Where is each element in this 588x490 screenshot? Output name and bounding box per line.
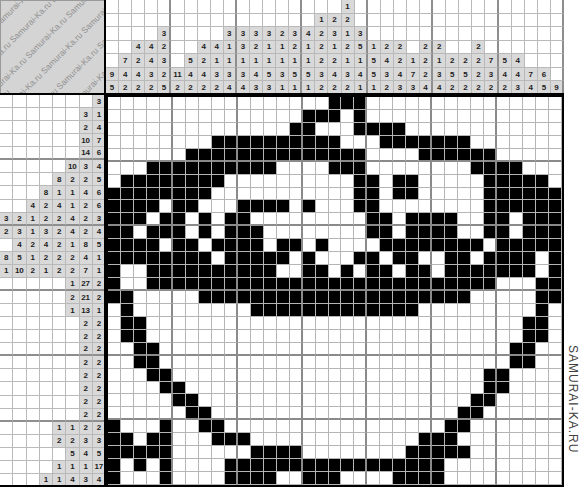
board-cell[interactable]	[160, 407, 173, 420]
board-cell[interactable]	[277, 433, 290, 446]
board-cell[interactable]	[471, 265, 484, 278]
board-cell[interactable]	[329, 200, 342, 213]
board-cell[interactable]	[134, 369, 147, 382]
board-cell[interactable]	[121, 136, 134, 149]
board-cell[interactable]	[147, 97, 160, 110]
board-cell[interactable]	[523, 407, 536, 420]
board-cell[interactable]	[303, 472, 316, 485]
board-cell[interactable]	[303, 162, 316, 175]
board-cell[interactable]	[160, 382, 173, 395]
board-cell[interactable]	[419, 369, 432, 382]
board-cell[interactable]	[264, 472, 277, 485]
board-cell[interactable]	[536, 213, 549, 226]
board-cell[interactable]	[458, 136, 471, 149]
board-cell[interactable]	[199, 239, 212, 252]
board-cell[interactable]	[225, 188, 238, 201]
board-cell[interactable]	[134, 226, 147, 239]
board-cell[interactable]	[367, 459, 380, 472]
board-cell[interactable]	[432, 472, 445, 485]
board-cell[interactable]	[484, 123, 497, 136]
board-cell[interactable]	[147, 136, 160, 149]
board-cell[interactable]	[458, 239, 471, 252]
board-cell[interactable]	[471, 407, 484, 420]
board-cell[interactable]	[341, 343, 354, 356]
board-cell[interactable]	[419, 407, 432, 420]
board-cell[interactable]	[354, 136, 367, 149]
board-cell[interactable]	[471, 97, 484, 110]
board-cell[interactable]	[147, 278, 160, 291]
board-cell[interactable]	[419, 239, 432, 252]
board-cell[interactable]	[199, 459, 212, 472]
board-cell[interactable]	[316, 149, 329, 162]
board-cell[interactable]	[329, 343, 342, 356]
board-cell[interactable]	[264, 252, 277, 265]
board-cell[interactable]	[277, 200, 290, 213]
board-cell[interactable]	[290, 407, 303, 420]
board-cell[interactable]	[303, 110, 316, 123]
board-cell[interactable]	[471, 343, 484, 356]
board-cell[interactable]	[147, 200, 160, 213]
board-cell[interactable]	[173, 226, 186, 239]
board-cell[interactable]	[367, 343, 380, 356]
board-cell[interactable]	[445, 136, 458, 149]
board-cell[interactable]	[341, 291, 354, 304]
board-cell[interactable]	[251, 200, 264, 213]
board-cell[interactable]	[484, 472, 497, 485]
board-cell[interactable]	[303, 97, 316, 110]
board-cell[interactable]	[186, 200, 199, 213]
board-cell[interactable]	[380, 239, 393, 252]
board-cell[interactable]	[406, 278, 419, 291]
board-cell[interactable]	[341, 252, 354, 265]
board-cell[interactable]	[419, 136, 432, 149]
board-cell[interactable]	[497, 472, 510, 485]
board-cell[interactable]	[510, 149, 523, 162]
board-cell[interactable]	[212, 382, 225, 395]
board-cell[interactable]	[510, 317, 523, 330]
board-cell[interactable]	[367, 369, 380, 382]
board-cell[interactable]	[251, 356, 264, 369]
board-cell[interactable]	[471, 239, 484, 252]
board-cell[interactable]	[134, 459, 147, 472]
board-cell[interactable]	[367, 304, 380, 317]
board-cell[interactable]	[484, 149, 497, 162]
board-cell[interactable]	[393, 188, 406, 201]
board-cell[interactable]	[264, 213, 277, 226]
board-cell[interactable]	[380, 472, 393, 485]
board-cell[interactable]	[212, 433, 225, 446]
board-cell[interactable]	[186, 459, 199, 472]
board-cell[interactable]	[238, 446, 251, 459]
board-cell[interactable]	[471, 252, 484, 265]
board-cell[interactable]	[134, 110, 147, 123]
board-cell[interactable]	[186, 330, 199, 343]
board-cell[interactable]	[121, 343, 134, 356]
board-cell[interactable]	[225, 459, 238, 472]
board-cell[interactable]	[497, 459, 510, 472]
board-cell[interactable]	[393, 407, 406, 420]
board-cell[interactable]	[303, 356, 316, 369]
board-cell[interactable]	[199, 420, 212, 433]
board-cell[interactable]	[290, 433, 303, 446]
board-cell[interactable]	[380, 200, 393, 213]
board-cell[interactable]	[134, 188, 147, 201]
board-cell[interactable]	[458, 162, 471, 175]
board-cell[interactable]	[341, 433, 354, 446]
board-cell[interactable]	[367, 356, 380, 369]
board-cell[interactable]	[251, 446, 264, 459]
board-cell[interactable]	[212, 356, 225, 369]
board-cell[interactable]	[277, 420, 290, 433]
board-cell[interactable]	[225, 136, 238, 149]
board-cell[interactable]	[316, 433, 329, 446]
board-cell[interactable]	[523, 369, 536, 382]
board-cell[interactable]	[549, 330, 562, 343]
board-cell[interactable]	[419, 226, 432, 239]
board-cell[interactable]	[316, 226, 329, 239]
board-cell[interactable]	[458, 252, 471, 265]
board-cell[interactable]	[510, 472, 523, 485]
board-cell[interactable]	[367, 162, 380, 175]
board-cell[interactable]	[523, 433, 536, 446]
board-cell[interactable]	[367, 407, 380, 420]
board-cell[interactable]	[225, 317, 238, 330]
board-cell[interactable]	[406, 420, 419, 433]
board-cell[interactable]	[329, 149, 342, 162]
board-cell[interactable]	[380, 278, 393, 291]
board-cell[interactable]	[147, 446, 160, 459]
board-cell[interactable]	[432, 420, 445, 433]
board-cell[interactable]	[549, 472, 562, 485]
board-cell[interactable]	[303, 330, 316, 343]
board-cell[interactable]	[199, 110, 212, 123]
board-cell[interactable]	[290, 369, 303, 382]
board-cell[interactable]	[329, 188, 342, 201]
board-cell[interactable]	[341, 123, 354, 136]
board-cell[interactable]	[510, 226, 523, 239]
board-cell[interactable]	[497, 110, 510, 123]
board-cell[interactable]	[251, 110, 264, 123]
board-cell[interactable]	[121, 252, 134, 265]
board-cell[interactable]	[536, 110, 549, 123]
board-cell[interactable]	[277, 252, 290, 265]
board-cell[interactable]	[549, 369, 562, 382]
board-cell[interactable]	[147, 330, 160, 343]
board-cell[interactable]	[134, 317, 147, 330]
board-cell[interactable]	[277, 278, 290, 291]
board-cell[interactable]	[329, 291, 342, 304]
board-cell[interactable]	[380, 175, 393, 188]
board-cell[interactable]	[212, 239, 225, 252]
board-cell[interactable]	[160, 472, 173, 485]
board-cell[interactable]	[173, 291, 186, 304]
board-cell[interactable]	[303, 446, 316, 459]
board-cell[interactable]	[160, 175, 173, 188]
board-cell[interactable]	[536, 175, 549, 188]
board-cell[interactable]	[134, 200, 147, 213]
board-cell[interactable]	[134, 123, 147, 136]
board-cell[interactable]	[199, 123, 212, 136]
board-cell[interactable]	[212, 213, 225, 226]
board-cell[interactable]	[173, 304, 186, 317]
board-cell[interactable]	[303, 459, 316, 472]
board-cell[interactable]	[380, 252, 393, 265]
board-cell[interactable]	[406, 459, 419, 472]
board-cell[interactable]	[484, 213, 497, 226]
board-cell[interactable]	[264, 239, 277, 252]
board-cell[interactable]	[367, 265, 380, 278]
board-cell[interactable]	[134, 394, 147, 407]
board-cell[interactable]	[510, 200, 523, 213]
board-cell[interactable]	[290, 175, 303, 188]
board-cell[interactable]	[160, 252, 173, 265]
board-cell[interactable]	[523, 291, 536, 304]
board-cell[interactable]	[108, 175, 121, 188]
board-cell[interactable]	[510, 446, 523, 459]
board-cell[interactable]	[406, 123, 419, 136]
board-cell[interactable]	[523, 200, 536, 213]
board-cell[interactable]	[380, 356, 393, 369]
board-cell[interactable]	[484, 420, 497, 433]
board-cell[interactable]	[160, 369, 173, 382]
board-cell[interactable]	[536, 278, 549, 291]
board-cell[interactable]	[251, 407, 264, 420]
board-cell[interactable]	[329, 175, 342, 188]
board-cell[interactable]	[341, 213, 354, 226]
board-cell[interactable]	[510, 330, 523, 343]
board-cell[interactable]	[108, 356, 121, 369]
board-cell[interactable]	[497, 239, 510, 252]
board-cell[interactable]	[277, 304, 290, 317]
board-cell[interactable]	[341, 420, 354, 433]
board-cell[interactable]	[523, 149, 536, 162]
board-cell[interactable]	[471, 278, 484, 291]
board-cell[interactable]	[367, 446, 380, 459]
board-cell[interactable]	[277, 226, 290, 239]
board-cell[interactable]	[316, 394, 329, 407]
board-cell[interactable]	[264, 343, 277, 356]
board-cell[interactable]	[316, 213, 329, 226]
board-cell[interactable]	[367, 291, 380, 304]
board-cell[interactable]	[445, 369, 458, 382]
board-cell[interactable]	[277, 369, 290, 382]
board-cell[interactable]	[341, 200, 354, 213]
board-cell[interactable]	[173, 123, 186, 136]
board-cell[interactable]	[406, 252, 419, 265]
board-cell[interactable]	[419, 200, 432, 213]
board-cell[interactable]	[238, 252, 251, 265]
board-cell[interactable]	[121, 239, 134, 252]
board-cell[interactable]	[354, 252, 367, 265]
board-cell[interactable]	[251, 343, 264, 356]
board-cell[interactable]	[510, 265, 523, 278]
board-cell[interactable]	[510, 394, 523, 407]
board-cell[interactable]	[536, 343, 549, 356]
board-cell[interactable]	[510, 213, 523, 226]
board-cell[interactable]	[367, 278, 380, 291]
board-cell[interactable]	[484, 200, 497, 213]
board-cell[interactable]	[497, 382, 510, 395]
board-cell[interactable]	[264, 162, 277, 175]
board-cell[interactable]	[160, 394, 173, 407]
board-cell[interactable]	[406, 394, 419, 407]
board-cell[interactable]	[458, 226, 471, 239]
board-cell[interactable]	[341, 382, 354, 395]
board-cell[interactable]	[523, 420, 536, 433]
board-cell[interactable]	[471, 200, 484, 213]
board-cell[interactable]	[264, 330, 277, 343]
board-cell[interactable]	[199, 226, 212, 239]
board-cell[interactable]	[238, 369, 251, 382]
board-cell[interactable]	[277, 162, 290, 175]
board-cell[interactable]	[367, 420, 380, 433]
board-cell[interactable]	[290, 162, 303, 175]
board-cell[interactable]	[173, 343, 186, 356]
board-cell[interactable]	[277, 382, 290, 395]
board-cell[interactable]	[199, 213, 212, 226]
board-cell[interactable]	[329, 226, 342, 239]
board-cell[interactable]	[380, 265, 393, 278]
board-cell[interactable]	[264, 459, 277, 472]
board-cell[interactable]	[251, 330, 264, 343]
board-cell[interactable]	[290, 343, 303, 356]
board-cell[interactable]	[238, 213, 251, 226]
board-cell[interactable]	[484, 291, 497, 304]
board-cell[interactable]	[277, 459, 290, 472]
board-cell[interactable]	[134, 136, 147, 149]
board-cell[interactable]	[458, 343, 471, 356]
board-cell[interactable]	[303, 239, 316, 252]
board-cell[interactable]	[393, 394, 406, 407]
board-cell[interactable]	[186, 420, 199, 433]
board-cell[interactable]	[212, 407, 225, 420]
board-cell[interactable]	[445, 213, 458, 226]
board-cell[interactable]	[173, 278, 186, 291]
board-cell[interactable]	[199, 382, 212, 395]
board-cell[interactable]	[341, 188, 354, 201]
board-cell[interactable]	[238, 407, 251, 420]
board-cell[interactable]	[432, 343, 445, 356]
board-cell[interactable]	[367, 188, 380, 201]
board-cell[interactable]	[419, 265, 432, 278]
board-cell[interactable]	[484, 369, 497, 382]
board-cell[interactable]	[523, 97, 536, 110]
board-cell[interactable]	[225, 304, 238, 317]
board-cell[interactable]	[147, 394, 160, 407]
board-cell[interactable]	[212, 472, 225, 485]
board-cell[interactable]	[160, 278, 173, 291]
board-cell[interactable]	[458, 97, 471, 110]
board-cell[interactable]	[445, 356, 458, 369]
board-cell[interactable]	[316, 472, 329, 485]
board-cell[interactable]	[290, 239, 303, 252]
board-cell[interactable]	[316, 265, 329, 278]
board-cell[interactable]	[458, 304, 471, 317]
board-cell[interactable]	[199, 407, 212, 420]
board-cell[interactable]	[303, 317, 316, 330]
board-cell[interactable]	[341, 394, 354, 407]
board-cell[interactable]	[238, 136, 251, 149]
board-cell[interactable]	[510, 136, 523, 149]
board-cell[interactable]	[471, 213, 484, 226]
board-cell[interactable]	[277, 239, 290, 252]
board-cell[interactable]	[121, 278, 134, 291]
board-cell[interactable]	[134, 433, 147, 446]
board-cell[interactable]	[160, 110, 173, 123]
board-cell[interactable]	[341, 162, 354, 175]
board-cell[interactable]	[419, 188, 432, 201]
board-cell[interactable]	[341, 459, 354, 472]
board-cell[interactable]	[536, 291, 549, 304]
board-cell[interactable]	[186, 356, 199, 369]
board-cell[interactable]	[445, 252, 458, 265]
board-cell[interactable]	[549, 356, 562, 369]
board-cell[interactable]	[510, 343, 523, 356]
board-cell[interactable]	[445, 433, 458, 446]
board-cell[interactable]	[225, 420, 238, 433]
board-cell[interactable]	[393, 200, 406, 213]
board-cell[interactable]	[432, 175, 445, 188]
board-cell[interactable]	[277, 472, 290, 485]
board-cell[interactable]	[225, 433, 238, 446]
board-cell[interactable]	[134, 343, 147, 356]
board-cell[interactable]	[264, 382, 277, 395]
board-cell[interactable]	[160, 317, 173, 330]
board-cell[interactable]	[238, 433, 251, 446]
board-cell[interactable]	[419, 446, 432, 459]
board-cell[interactable]	[108, 433, 121, 446]
board-cell[interactable]	[419, 149, 432, 162]
board-cell[interactable]	[316, 291, 329, 304]
board-cell[interactable]	[471, 394, 484, 407]
board-cell[interactable]	[380, 226, 393, 239]
board-cell[interactable]	[303, 278, 316, 291]
board-cell[interactable]	[329, 394, 342, 407]
board-cell[interactable]	[536, 407, 549, 420]
board-cell[interactable]	[251, 97, 264, 110]
board-cell[interactable]	[393, 226, 406, 239]
board-cell[interactable]	[484, 162, 497, 175]
board-cell[interactable]	[510, 239, 523, 252]
board-cell[interactable]	[316, 317, 329, 330]
board-cell[interactable]	[329, 382, 342, 395]
board-cell[interactable]	[329, 162, 342, 175]
board-cell[interactable]	[186, 239, 199, 252]
board-cell[interactable]	[458, 330, 471, 343]
board-cell[interactable]	[121, 291, 134, 304]
board-cell[interactable]	[380, 369, 393, 382]
board-cell[interactable]	[212, 265, 225, 278]
board-cell[interactable]	[160, 343, 173, 356]
board-cell[interactable]	[303, 304, 316, 317]
board-cell[interactable]	[419, 394, 432, 407]
board-cell[interactable]	[173, 394, 186, 407]
board-cell[interactable]	[212, 304, 225, 317]
board-cell[interactable]	[264, 369, 277, 382]
board-cell[interactable]	[341, 149, 354, 162]
board-cell[interactable]	[108, 407, 121, 420]
board-cell[interactable]	[329, 446, 342, 459]
board-cell[interactable]	[212, 175, 225, 188]
board-cell[interactable]	[380, 343, 393, 356]
board-cell[interactable]	[549, 97, 562, 110]
board-cell[interactable]	[160, 330, 173, 343]
board-cell[interactable]	[212, 330, 225, 343]
board-cell[interactable]	[536, 136, 549, 149]
board-cell[interactable]	[225, 213, 238, 226]
board-cell[interactable]	[121, 369, 134, 382]
board-cell[interactable]	[419, 317, 432, 330]
